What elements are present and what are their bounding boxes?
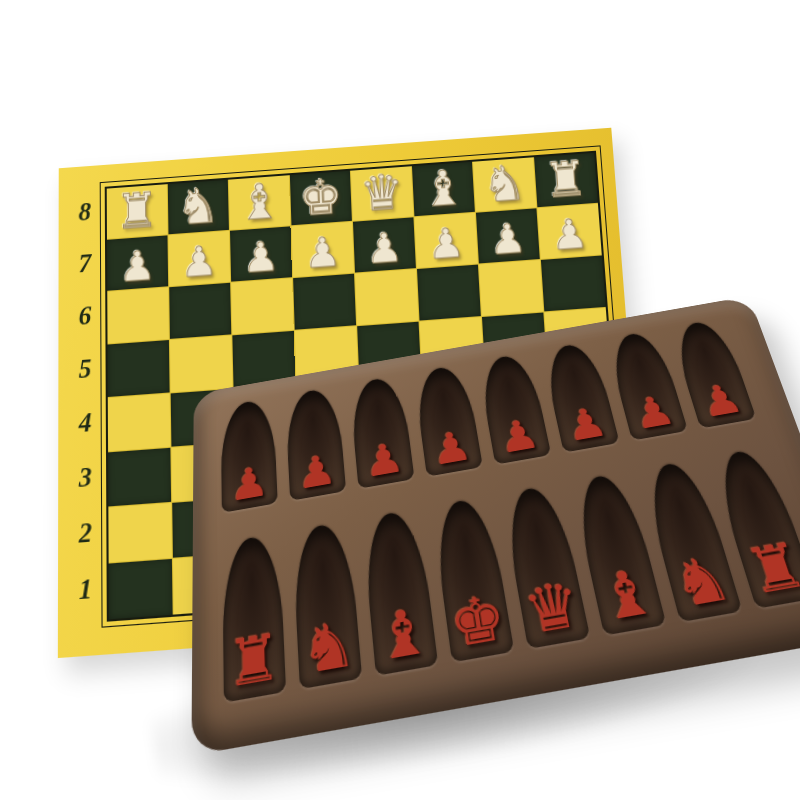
tray-slot: ♟ <box>541 341 620 452</box>
white-rook: ♜ <box>543 153 590 204</box>
tray-slot: ♟ <box>285 386 346 500</box>
board-square: ♝ <box>412 162 475 216</box>
board-square <box>108 503 172 563</box>
white-pawn: ♟ <box>181 240 218 283</box>
rank-label-column: 87654321 <box>66 187 104 621</box>
board-square <box>107 287 169 343</box>
board-square <box>169 283 231 339</box>
board-square: ♞ <box>168 180 229 235</box>
board-square <box>108 448 171 507</box>
red-rook: ♜ <box>739 534 800 604</box>
rank-label: 5 <box>67 353 104 385</box>
red-bishop: ♝ <box>373 598 435 670</box>
board-square <box>231 278 294 334</box>
white-pawn: ♟ <box>489 217 528 260</box>
rank-label: 8 <box>67 197 103 228</box>
white-knight: ♞ <box>481 158 527 209</box>
board-square <box>479 260 543 316</box>
red-pawn: ♟ <box>562 401 611 448</box>
rank-label: 2 <box>66 517 104 551</box>
white-king: ♚ <box>298 171 343 222</box>
white-pawn: ♟ <box>365 226 403 269</box>
board-square: ♟ <box>414 213 477 268</box>
board-square: ♜ <box>534 153 598 207</box>
board-square <box>355 269 418 325</box>
red-pawn: ♟ <box>296 448 338 496</box>
tray-slot: ♟ <box>349 375 415 489</box>
product-photo-scene: 87654321 ♜♞♝♚♛♝♞♜♟♟♟♟♟♟♟♟ ♟♟♟♟♟♟♟♟ ♜♞♝♚♛… <box>0 0 800 800</box>
red-knight: ♞ <box>300 611 359 684</box>
board-square: ♛ <box>351 166 413 220</box>
red-pawn: ♟ <box>695 377 747 423</box>
red-pawn: ♟ <box>629 389 679 435</box>
white-knight: ♞ <box>176 180 220 231</box>
tray-slot: ♚ <box>431 496 514 662</box>
white-pawn: ♟ <box>242 235 279 278</box>
white-rook: ♜ <box>115 185 159 236</box>
tray-slot: ♟ <box>221 398 278 513</box>
board-square <box>541 255 606 311</box>
red-pawn: ♟ <box>495 413 542 460</box>
board-square: ♟ <box>476 208 540 263</box>
white-pawn: ♟ <box>304 231 342 274</box>
white-pawn: ♟ <box>427 222 465 265</box>
tray-slot: ♟ <box>477 352 551 464</box>
board-square <box>108 340 170 397</box>
board-square <box>293 274 356 330</box>
board-square: ♟ <box>168 231 230 286</box>
board-square: ♜ <box>107 184 168 239</box>
tray-slot: ♟ <box>605 330 688 441</box>
rank-label: 6 <box>67 300 104 332</box>
board-square: ♞ <box>473 157 536 211</box>
red-pawn: ♟ <box>229 460 269 508</box>
red-bishop: ♝ <box>593 559 662 630</box>
tray-slot: ♜ <box>222 533 286 703</box>
board-square: ♝ <box>229 175 291 230</box>
board-square <box>109 559 173 619</box>
rank-label: 3 <box>67 461 105 494</box>
rank-label: 7 <box>67 248 103 279</box>
board-square: ♟ <box>107 235 168 290</box>
rank-label: 1 <box>66 573 104 607</box>
white-bishop: ♝ <box>237 176 282 227</box>
white-pawn: ♟ <box>119 244 156 287</box>
white-bishop: ♝ <box>420 162 466 213</box>
board-square: ♟ <box>537 204 601 259</box>
board-square <box>417 265 481 321</box>
tray-slot: ♛ <box>501 484 591 649</box>
board-square: ♟ <box>353 217 416 272</box>
red-pawn: ♟ <box>362 436 406 484</box>
board-square: ♟ <box>291 222 354 277</box>
tray-slot: ♞ <box>292 521 362 689</box>
board-square: ♚ <box>290 171 352 226</box>
rank-label: 4 <box>67 407 104 440</box>
red-knight: ♞ <box>666 547 738 618</box>
board-square <box>108 394 171 452</box>
red-queen: ♛ <box>519 572 586 644</box>
white-queen: ♛ <box>359 167 404 218</box>
tray-slot: ♝ <box>361 509 438 676</box>
red-king: ♚ <box>446 585 510 657</box>
board-square: ♟ <box>230 226 292 281</box>
red-rook: ♜ <box>226 624 282 697</box>
white-pawn: ♟ <box>550 213 589 256</box>
red-pawn: ♟ <box>429 424 474 471</box>
board-square <box>170 335 233 392</box>
tray-slot: ♟ <box>413 364 483 477</box>
